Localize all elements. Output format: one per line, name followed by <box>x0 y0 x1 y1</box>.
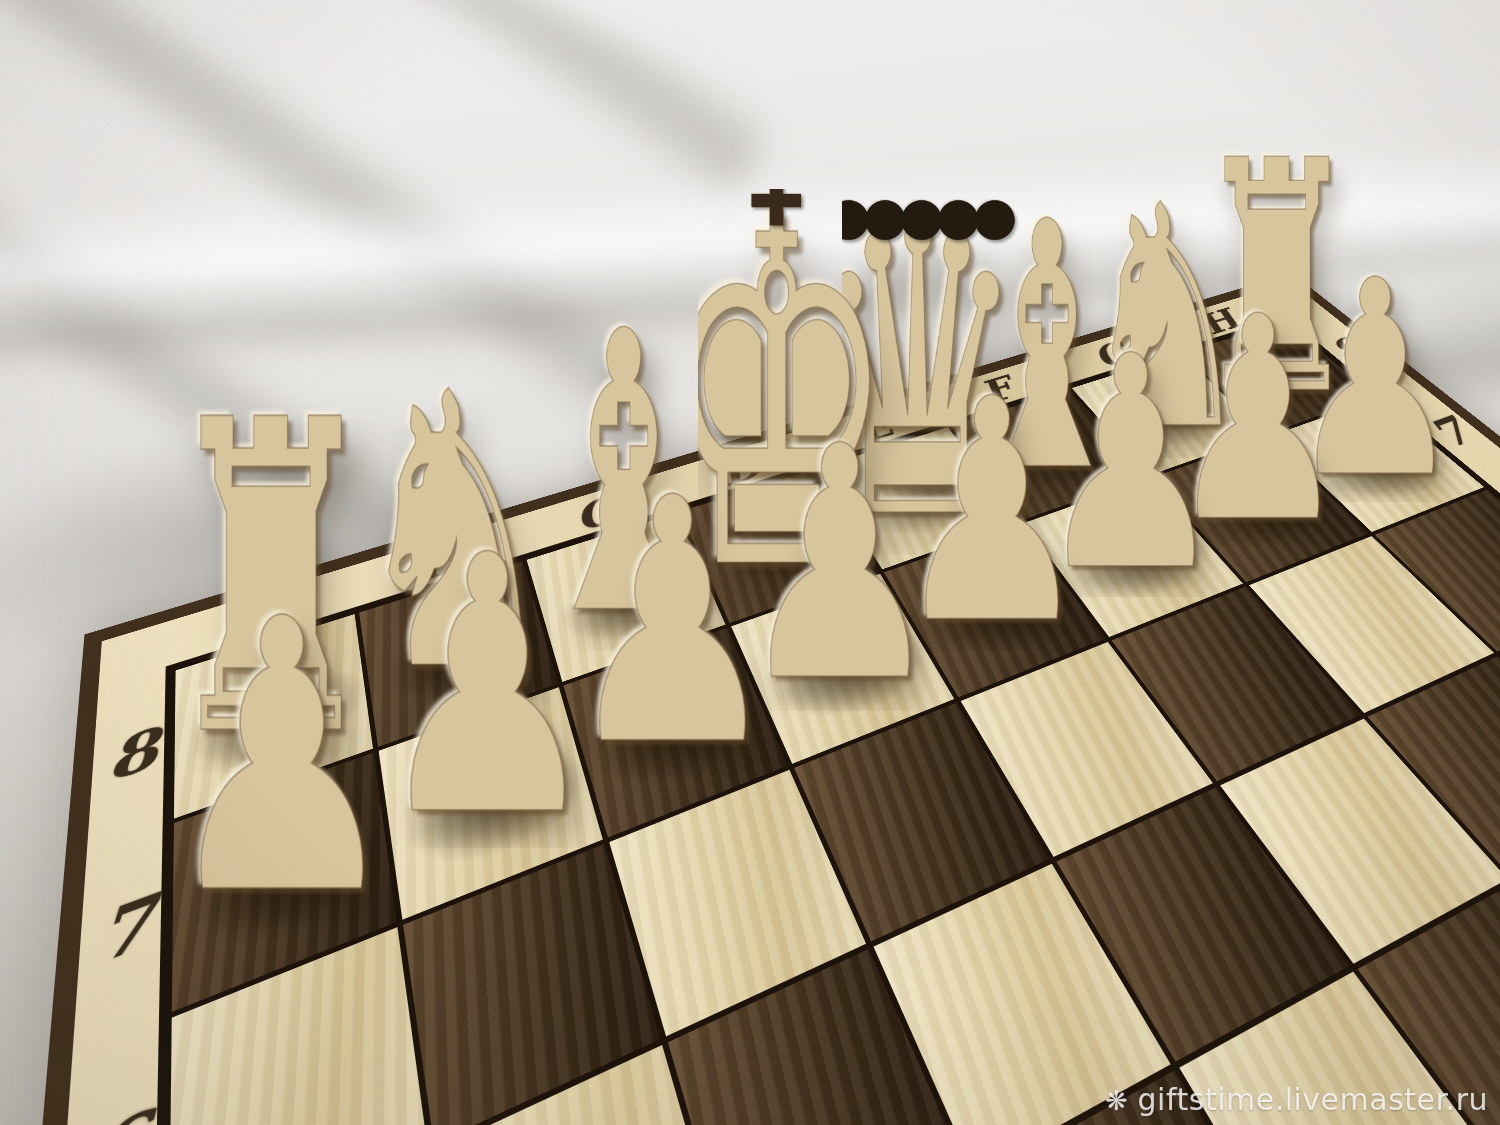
chessboard: 8877665544332211AABBCCDDEEFFGGHH♜♞♝♚✚♛●●… <box>0 273 1500 1125</box>
piece-white-pawn-a7: ♟ <box>180 597 383 871</box>
rank-label-7-left: 7 <box>86 883 162 979</box>
watermark-flower-icon: ❋ <box>1105 1087 1128 1114</box>
rank-label-8-left: 8 <box>98 718 165 794</box>
rank-label-6-left: 6 <box>70 1095 159 1125</box>
piece-white-pawn-c7: ♟ <box>581 478 764 724</box>
king-dark-cross-finial: ✚ <box>748 168 805 236</box>
watermark-text: giftstime.livemaster.ru <box>1138 1085 1488 1115</box>
watermark: ❋ giftstime.livemaster.ru <box>1105 1085 1488 1115</box>
piece-white-pawn-b7: ♟ <box>391 535 583 794</box>
photo-stage: 8877665544332211AABBCCDDEEFFGGHH♜♞♝♚✚♛●●… <box>0 0 1500 1125</box>
scene-3d: 8877665544332211AABBCCDDEEFFGGHH♜♞♝♚✚♛●●… <box>0 0 1500 1125</box>
